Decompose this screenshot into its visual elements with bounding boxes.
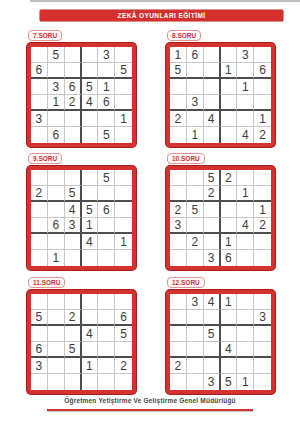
- sudoku-grid-10: 52212513422136: [166, 166, 275, 270]
- sudoku-cell[interactable]: [221, 127, 238, 143]
- sudoku-cell[interactable]: [204, 218, 221, 234]
- sudoku-cell[interactable]: [237, 358, 254, 374]
- sudoku-cell[interactable]: 5: [170, 63, 187, 79]
- sudoku-cell[interactable]: [204, 95, 221, 111]
- sudoku-cell[interactable]: [82, 63, 99, 79]
- sudoku-cell[interactable]: 3: [65, 218, 82, 234]
- sudoku-cell[interactable]: 4: [82, 234, 99, 250]
- sudoku-cell[interactable]: [48, 234, 65, 250]
- sudoku-cell[interactable]: [221, 186, 238, 202]
- sudoku-cell[interactable]: [98, 358, 115, 374]
- sudoku-cell[interactable]: [82, 310, 99, 326]
- sudoku-cell[interactable]: [254, 47, 271, 63]
- sudoku-cell[interactable]: [48, 202, 65, 218]
- sudoku-cell[interactable]: 6: [31, 63, 48, 79]
- sudoku-cell[interactable]: 1: [115, 234, 132, 250]
- sudoku-cell[interactable]: 1: [237, 79, 254, 95]
- sudoku-cell[interactable]: [82, 111, 99, 127]
- sudoku-cell[interactable]: 2: [254, 127, 271, 143]
- sudoku-cell[interactable]: [98, 186, 115, 202]
- sudoku-cell[interactable]: [221, 358, 238, 374]
- worksheet-page: ZEKÂ OYUNLARI EĞİTİMİ 7.SORU 53653651124…: [0, 0, 300, 424]
- sudoku-cell[interactable]: 6: [98, 95, 115, 111]
- sudoku-grid-7: 5365365112463165: [27, 43, 136, 147]
- puzzle-label-9: 9.SORU: [28, 153, 62, 164]
- sudoku-cell[interactable]: 5: [221, 374, 238, 390]
- sudoku-cell[interactable]: [204, 47, 221, 63]
- sudoku-cell[interactable]: 4: [204, 294, 221, 310]
- sudoku-cell[interactable]: 2: [65, 310, 82, 326]
- sudoku-cell[interactable]: [204, 342, 221, 358]
- sudoku-cell[interactable]: 3: [204, 374, 221, 390]
- sudoku-cell[interactable]: [187, 358, 204, 374]
- sudoku-cell[interactable]: 2: [31, 186, 48, 202]
- sudoku-cell[interactable]: 4: [82, 95, 99, 111]
- sudoku-cell[interactable]: [98, 374, 115, 390]
- sudoku-cell[interactable]: [98, 234, 115, 250]
- sudoku-cell[interactable]: [31, 170, 48, 186]
- sudoku-cell[interactable]: 3: [187, 95, 204, 111]
- sudoku-cell[interactable]: [237, 170, 254, 186]
- sudoku-cell[interactable]: 1: [187, 127, 204, 143]
- sudoku-cell[interactable]: [65, 127, 82, 143]
- puzzle-label-7: 7.SORU: [28, 30, 62, 41]
- sudoku-cell[interactable]: [170, 294, 187, 310]
- sudoku-cell[interactable]: [31, 47, 48, 63]
- sudoku-cell[interactable]: [98, 250, 115, 266]
- sudoku-cell[interactable]: 5: [82, 79, 99, 95]
- sudoku-cell[interactable]: [204, 202, 221, 218]
- sudoku-cell[interactable]: [254, 326, 271, 342]
- sudoku-cell[interactable]: 5: [31, 310, 48, 326]
- sudoku-cell[interactable]: 6: [187, 47, 204, 63]
- sudoku-cell[interactable]: [170, 310, 187, 326]
- sudoku-grid-8: 16351613241142: [166, 43, 275, 147]
- sudoku-cell[interactable]: 4: [237, 127, 254, 143]
- sudoku-cell[interactable]: [31, 234, 48, 250]
- page-top-edge: [30, 0, 300, 2]
- sudoku-cell[interactable]: [204, 63, 221, 79]
- sudoku-cell[interactable]: [82, 374, 99, 390]
- sudoku-cell[interactable]: [65, 234, 82, 250]
- sudoku-cell[interactable]: [237, 111, 254, 127]
- sudoku-cell[interactable]: [115, 342, 132, 358]
- sudoku-grid-11: 5264565312: [27, 290, 136, 394]
- sudoku-cell[interactable]: [65, 294, 82, 310]
- sudoku-cell[interactable]: 4: [237, 218, 254, 234]
- sudoku-cell[interactable]: 2: [170, 111, 187, 127]
- sudoku-cell[interactable]: 1: [48, 95, 65, 111]
- sudoku-cell[interactable]: 3: [31, 358, 48, 374]
- sudoku-cell[interactable]: [65, 63, 82, 79]
- sudoku-cell[interactable]: 1: [221, 63, 238, 79]
- sudoku-cell[interactable]: 5: [187, 202, 204, 218]
- sudoku-cell[interactable]: [221, 202, 238, 218]
- sudoku-cell[interactable]: [254, 186, 271, 202]
- sudoku-cell[interactable]: 2: [254, 218, 271, 234]
- sudoku-cell[interactable]: [237, 294, 254, 310]
- sudoku-cell[interactable]: [187, 218, 204, 234]
- sudoku-cell[interactable]: 1: [115, 111, 132, 127]
- sudoku-cell[interactable]: [82, 127, 99, 143]
- sudoku-cell[interactable]: [31, 250, 48, 266]
- sudoku-cell[interactable]: [204, 79, 221, 95]
- sudoku-cell[interactable]: 1: [82, 218, 99, 234]
- sudoku-cell[interactable]: 3: [48, 79, 65, 95]
- sudoku-cell[interactable]: [115, 374, 132, 390]
- sudoku-cell[interactable]: [115, 47, 132, 63]
- sudoku-cell[interactable]: [98, 63, 115, 79]
- sudoku-cell[interactable]: [48, 310, 65, 326]
- footer-divider: [47, 409, 253, 411]
- sudoku-cell[interactable]: [82, 342, 99, 358]
- sudoku-cell[interactable]: [31, 79, 48, 95]
- sudoku-cell[interactable]: 1: [221, 294, 238, 310]
- sudoku-cell[interactable]: 5: [82, 202, 99, 218]
- sudoku-cell[interactable]: [115, 170, 132, 186]
- sudoku-cell[interactable]: [65, 47, 82, 63]
- sudoku-cell[interactable]: 2: [221, 170, 238, 186]
- sudoku-cell[interactable]: 3: [254, 310, 271, 326]
- sudoku-cell[interactable]: [187, 326, 204, 342]
- sudoku-cell[interactable]: [187, 342, 204, 358]
- puzzle-label-12: 12.SORU: [167, 277, 205, 288]
- sudoku-cell[interactable]: [204, 127, 221, 143]
- puzzle-label-11: 11.SORU: [28, 277, 65, 288]
- sudoku-cell[interactable]: [170, 374, 187, 390]
- sudoku-cell[interactable]: 2: [115, 358, 132, 374]
- sudoku-cell[interactable]: [48, 111, 65, 127]
- sudoku-cell[interactable]: 2: [170, 358, 187, 374]
- sudoku-cell[interactable]: [65, 170, 82, 186]
- sudoku-cell[interactable]: [65, 326, 82, 342]
- sudoku-cell[interactable]: 6: [221, 250, 238, 266]
- sudoku-cell[interactable]: [254, 250, 271, 266]
- sudoku-cell[interactable]: 5: [98, 127, 115, 143]
- sudoku-cell[interactable]: [31, 294, 48, 310]
- sudoku-cell[interactable]: [254, 294, 271, 310]
- sudoku-cell[interactable]: [187, 111, 204, 127]
- sudoku-cell[interactable]: [170, 170, 187, 186]
- sudoku-cell[interactable]: [237, 250, 254, 266]
- sudoku-cell[interactable]: 6: [98, 202, 115, 218]
- sudoku-cell[interactable]: 3: [31, 111, 48, 127]
- footer-text: Öğretmen Yetiştirme Ve Geliştirme Genel …: [0, 397, 300, 404]
- sudoku-cell[interactable]: [115, 218, 132, 234]
- sudoku-cell[interactable]: [82, 186, 99, 202]
- sudoku-cell[interactable]: [204, 310, 221, 326]
- sudoku-cell[interactable]: [115, 250, 132, 266]
- sudoku-cell[interactable]: [48, 326, 65, 342]
- sudoku-cell[interactable]: [65, 250, 82, 266]
- sudoku-cell[interactable]: 5: [204, 170, 221, 186]
- sudoku-cell[interactable]: [48, 186, 65, 202]
- sudoku-cell[interactable]: [254, 170, 271, 186]
- sudoku-cell[interactable]: 6: [115, 310, 132, 326]
- sudoku-cell[interactable]: [254, 374, 271, 390]
- sudoku-cell[interactable]: 1: [48, 250, 65, 266]
- sudoku-cell[interactable]: 5: [115, 326, 132, 342]
- sudoku-cell[interactable]: [221, 47, 238, 63]
- sudoku-cell[interactable]: [221, 326, 238, 342]
- sudoku-cell[interactable]: [237, 202, 254, 218]
- sudoku-grid-9: 525456631411: [27, 166, 136, 270]
- sudoku-cell[interactable]: 3: [187, 294, 204, 310]
- sudoku-cell[interactable]: 3: [237, 47, 254, 63]
- puzzle-label-10: 10.SORU: [167, 153, 205, 164]
- sudoku-cell[interactable]: 1: [254, 111, 271, 127]
- sudoku-cell[interactable]: 4: [204, 111, 221, 127]
- sudoku-cell[interactable]: [221, 218, 238, 234]
- sudoku-cell[interactable]: [254, 358, 271, 374]
- sudoku-cell[interactable]: [115, 186, 132, 202]
- sudoku-cell[interactable]: [31, 127, 48, 143]
- sudoku-cell[interactable]: [254, 79, 271, 95]
- sudoku-cell[interactable]: 4: [82, 326, 99, 342]
- page-title: ZEKÂ OYUNLARI EĞİTİMİ: [40, 10, 283, 21]
- sudoku-cell[interactable]: 5: [48, 47, 65, 63]
- sudoku-cell[interactable]: 6: [65, 79, 82, 95]
- sudoku-cell[interactable]: [98, 310, 115, 326]
- sudoku-cell[interactable]: 6: [31, 342, 48, 358]
- sudoku-cell[interactable]: [48, 294, 65, 310]
- sudoku-cell[interactable]: [82, 250, 99, 266]
- sudoku-cell[interactable]: 1: [254, 202, 271, 218]
- sudoku-cell[interactable]: [170, 342, 187, 358]
- sudoku-cell[interactable]: [170, 95, 187, 111]
- sudoku-cell[interactable]: 2: [65, 95, 82, 111]
- sudoku-cell[interactable]: [82, 294, 99, 310]
- sudoku-cell[interactable]: [115, 202, 132, 218]
- sudoku-cell[interactable]: 1: [221, 234, 238, 250]
- sudoku-cell[interactable]: [187, 250, 204, 266]
- sudoku-cell[interactable]: 1: [98, 79, 115, 95]
- sudoku-cell[interactable]: 5: [65, 186, 82, 202]
- sudoku-cell[interactable]: [31, 374, 48, 390]
- sudoku-cell[interactable]: 1: [170, 47, 187, 63]
- sudoku-cell[interactable]: [170, 326, 187, 342]
- sudoku-cell[interactable]: [221, 79, 238, 95]
- sudoku-cell[interactable]: 6: [254, 63, 271, 79]
- sudoku-cell[interactable]: [115, 95, 132, 111]
- sudoku-cell[interactable]: 2: [187, 234, 204, 250]
- sudoku-cell[interactable]: 3: [170, 218, 187, 234]
- sudoku-cell[interactable]: 5: [115, 63, 132, 79]
- sudoku-cell[interactable]: [187, 374, 204, 390]
- sudoku-cell[interactable]: [65, 374, 82, 390]
- sudoku-cell[interactable]: [31, 202, 48, 218]
- sudoku-cell[interactable]: 3: [98, 47, 115, 63]
- sudoku-cell[interactable]: [187, 63, 204, 79]
- sudoku-cell[interactable]: [187, 79, 204, 95]
- sudoku-cell[interactable]: [237, 326, 254, 342]
- sudoku-cell[interactable]: 1: [82, 358, 99, 374]
- sudoku-cell[interactable]: [115, 127, 132, 143]
- sudoku-cell[interactable]: [31, 218, 48, 234]
- sudoku-cell[interactable]: [170, 234, 187, 250]
- sudoku-cell[interactable]: [31, 95, 48, 111]
- sudoku-cell[interactable]: [48, 374, 65, 390]
- sudoku-cell[interactable]: [115, 79, 132, 95]
- sudoku-cell[interactable]: [254, 342, 271, 358]
- puzzle-label-8: 8.SORU: [167, 30, 201, 41]
- sudoku-cell[interactable]: [254, 234, 271, 250]
- sudoku-cell[interactable]: [187, 310, 204, 326]
- sudoku-cell[interactable]: [48, 170, 65, 186]
- sudoku-cell[interactable]: [221, 310, 238, 326]
- sudoku-cell[interactable]: [221, 95, 238, 111]
- sudoku-cell[interactable]: 2: [204, 186, 221, 202]
- sudoku-cell[interactable]: [98, 326, 115, 342]
- sudoku-cell[interactable]: [98, 294, 115, 310]
- sudoku-cell[interactable]: [31, 326, 48, 342]
- sudoku-cell[interactable]: [204, 234, 221, 250]
- sudoku-cell[interactable]: [187, 170, 204, 186]
- sudoku-cell[interactable]: [187, 186, 204, 202]
- sudoku-cell[interactable]: [170, 250, 187, 266]
- sudoku-cell[interactable]: [98, 218, 115, 234]
- sudoku-cell[interactable]: [170, 79, 187, 95]
- sudoku-cell[interactable]: 4: [221, 342, 238, 358]
- sudoku-cell[interactable]: [48, 342, 65, 358]
- sudoku-cell[interactable]: [170, 186, 187, 202]
- sudoku-cell[interactable]: [98, 111, 115, 127]
- sudoku-cell[interactable]: 2: [170, 202, 187, 218]
- sudoku-cell[interactable]: [82, 170, 99, 186]
- sudoku-cell[interactable]: [65, 358, 82, 374]
- sudoku-cell[interactable]: 1: [237, 374, 254, 390]
- sudoku-cell[interactable]: [254, 95, 271, 111]
- sudoku-cell[interactable]: [237, 234, 254, 250]
- sudoku-cell[interactable]: [237, 95, 254, 111]
- sudoku-cell[interactable]: [98, 342, 115, 358]
- sudoku-cell[interactable]: [204, 358, 221, 374]
- sudoku-cell[interactable]: [48, 63, 65, 79]
- sudoku-cell[interactable]: [237, 310, 254, 326]
- sudoku-cell[interactable]: [221, 111, 238, 127]
- sudoku-cell[interactable]: 5: [65, 342, 82, 358]
- sudoku-cell[interactable]: [170, 127, 187, 143]
- sudoku-cell[interactable]: 6: [48, 127, 65, 143]
- sudoku-cell[interactable]: 1: [237, 186, 254, 202]
- sudoku-cell[interactable]: [237, 63, 254, 79]
- sudoku-cell[interactable]: [237, 342, 254, 358]
- sudoku-cell[interactable]: 3: [204, 250, 221, 266]
- sudoku-cell[interactable]: [115, 294, 132, 310]
- sudoku-cell[interactable]: 6: [48, 218, 65, 234]
- sudoku-cell[interactable]: 5: [204, 326, 221, 342]
- sudoku-cell[interactable]: [82, 47, 99, 63]
- sudoku-cell[interactable]: 5: [98, 170, 115, 186]
- sudoku-grid-12: 3413542351: [166, 290, 275, 394]
- sudoku-cell[interactable]: 4: [65, 202, 82, 218]
- sudoku-cell[interactable]: [65, 111, 82, 127]
- sudoku-cell[interactable]: [48, 358, 65, 374]
